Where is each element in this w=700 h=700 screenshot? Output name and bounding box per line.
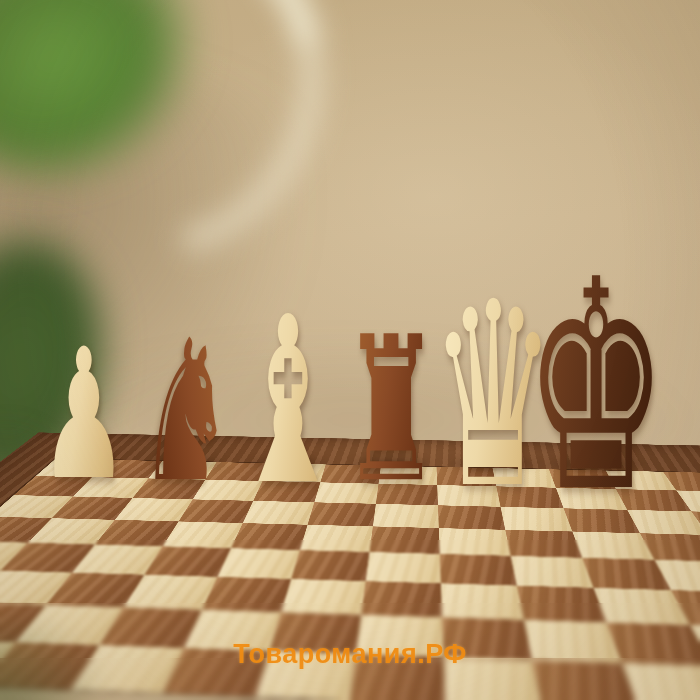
board-square xyxy=(366,552,441,583)
chess-product-photo: ♟♞♝♜♛♚ Товаромания.РФ xyxy=(0,0,700,700)
board-square xyxy=(440,554,517,586)
board-square xyxy=(441,583,524,620)
black-king-piece: ♚ xyxy=(466,242,700,532)
board-square xyxy=(607,622,700,666)
board-square xyxy=(361,581,442,617)
watermark: Товаромания.РФ xyxy=(233,639,467,670)
board-square xyxy=(202,577,291,612)
board-square xyxy=(511,556,594,588)
board-square xyxy=(281,579,365,615)
black-king-glyph: ♚ xyxy=(525,242,668,532)
board-square xyxy=(291,550,369,581)
board-square xyxy=(517,586,607,623)
board-square xyxy=(217,548,299,579)
board-square xyxy=(622,663,700,700)
